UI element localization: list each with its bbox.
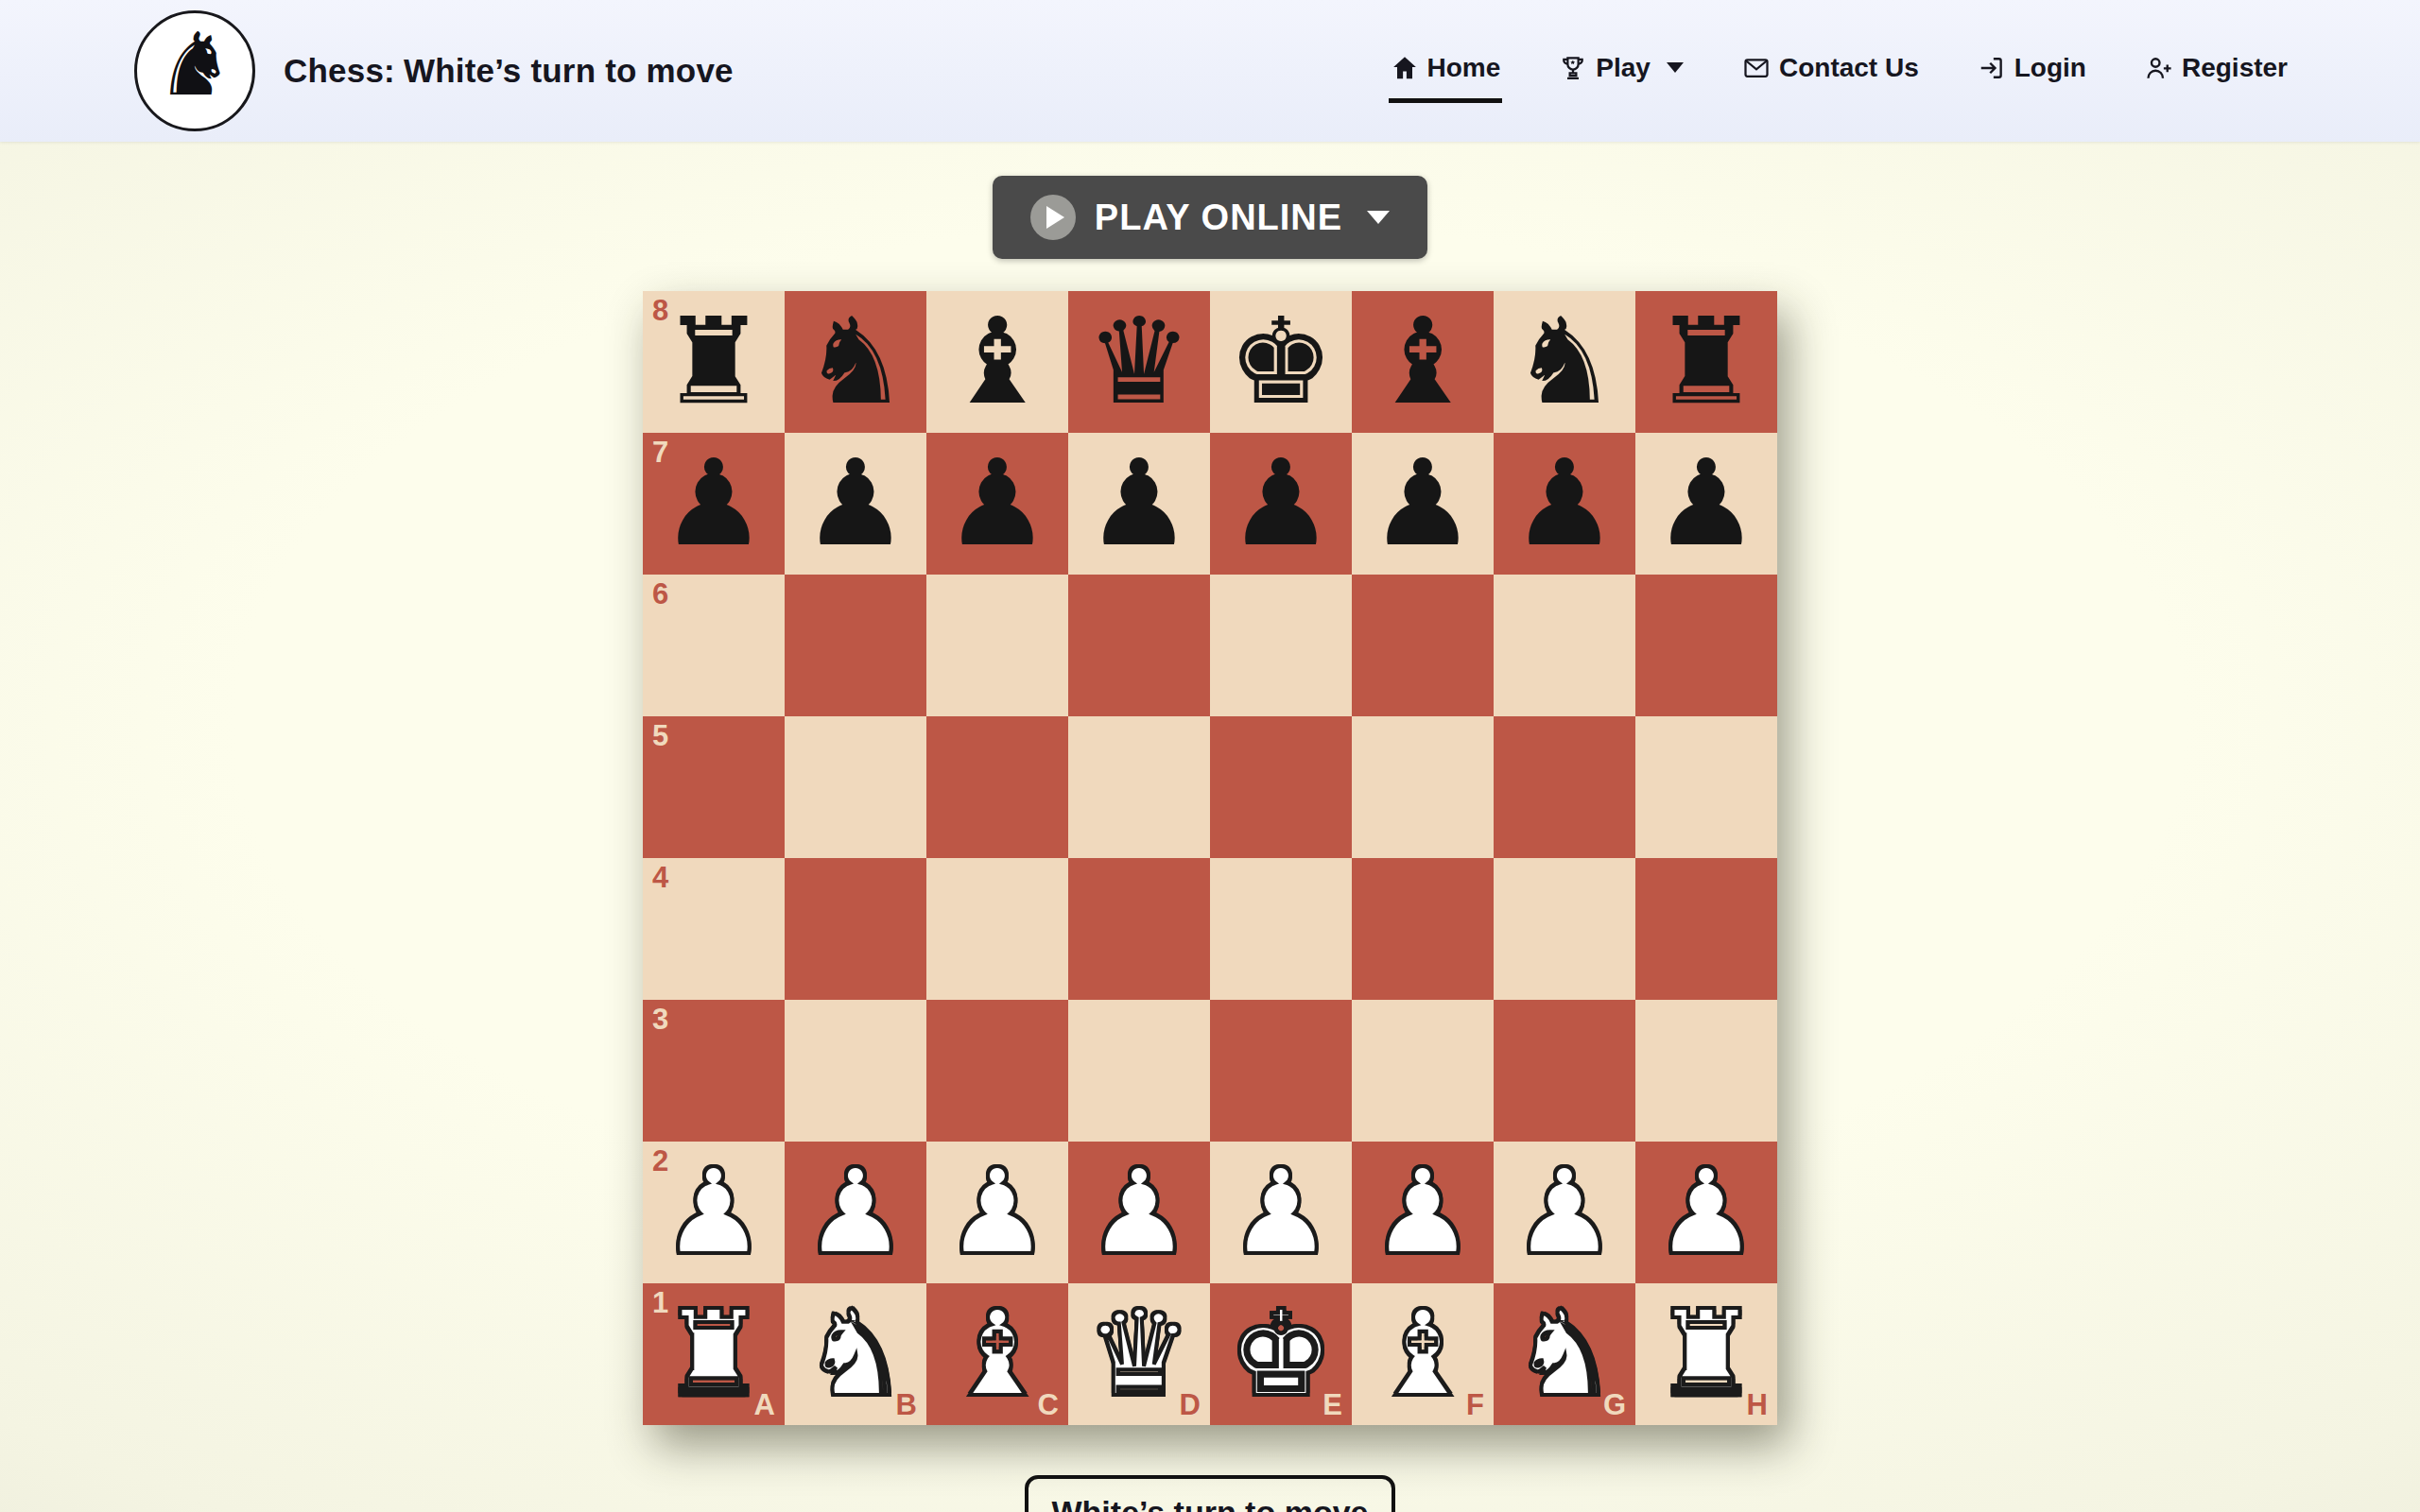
- square-e2[interactable]: ♟: [1210, 1142, 1352, 1283]
- square-e4[interactable]: [1210, 858, 1352, 1000]
- piece-white-rook[interactable]: ♜: [1635, 1283, 1777, 1425]
- square-d1[interactable]: D♛: [1068, 1283, 1210, 1425]
- nav-item-home[interactable]: Home: [1389, 40, 1503, 103]
- square-h1[interactable]: H♜: [1635, 1283, 1777, 1425]
- square-a8[interactable]: 8♜: [643, 291, 785, 433]
- page-title-app: Chess:: [284, 52, 395, 89]
- square-f7[interactable]: ♟: [1352, 433, 1494, 575]
- square-e6[interactable]: [1210, 575, 1352, 716]
- envelope-icon: [1742, 54, 1771, 82]
- square-c5[interactable]: [926, 716, 1068, 858]
- square-c8[interactable]: ♝: [926, 291, 1068, 433]
- caret-down-icon: [1367, 211, 1390, 224]
- piece-black-rook[interactable]: ♜: [1635, 291, 1777, 433]
- login-icon: [1978, 54, 2006, 82]
- piece-black-knight[interactable]: ♞: [1494, 291, 1635, 433]
- home-icon: [1391, 54, 1419, 82]
- square-h3[interactable]: [1635, 1000, 1777, 1142]
- square-d7[interactable]: ♟: [1068, 433, 1210, 575]
- piece-white-pawn[interactable]: ♟: [926, 1142, 1068, 1283]
- square-b5[interactable]: [785, 716, 926, 858]
- square-f8[interactable]: ♝: [1352, 291, 1494, 433]
- square-b4[interactable]: [785, 858, 926, 1000]
- square-h5[interactable]: [1635, 716, 1777, 858]
- play-online-button[interactable]: PLAY ONLINE: [993, 176, 1427, 259]
- square-f2[interactable]: ♟: [1352, 1142, 1494, 1283]
- rank-label-3: 3: [652, 1005, 668, 1034]
- square-e5[interactable]: [1210, 716, 1352, 858]
- piece-black-pawn[interactable]: ♟: [926, 433, 1068, 575]
- piece-black-pawn[interactable]: ♟: [1635, 433, 1777, 575]
- page-title-status: White’s turn to move: [404, 52, 734, 89]
- square-g7[interactable]: ♟: [1494, 433, 1635, 575]
- knight-icon: ♞: [156, 22, 233, 109]
- nav-item-label: Contact Us: [1779, 53, 1919, 83]
- person-plus-icon: [2145, 54, 2173, 82]
- piece-white-rook[interactable]: ♜: [643, 1283, 785, 1425]
- piece-black-pawn[interactable]: ♟: [1352, 433, 1494, 575]
- square-e7[interactable]: ♟: [1210, 433, 1352, 575]
- square-b1[interactable]: B♞: [785, 1283, 926, 1425]
- rank-label-6: 6: [652, 579, 668, 609]
- square-b6[interactable]: [785, 575, 926, 716]
- square-a7[interactable]: 7♟: [643, 433, 785, 575]
- square-f4[interactable]: [1352, 858, 1494, 1000]
- piece-black-pawn[interactable]: ♟: [1494, 433, 1635, 575]
- nav-item-label: Login: [2014, 53, 2086, 83]
- piece-white-pawn[interactable]: ♟: [643, 1142, 785, 1283]
- piece-black-bishop[interactable]: ♝: [1352, 291, 1494, 433]
- nav-item-label: Register: [2182, 53, 2288, 83]
- play-circle-icon: [1030, 195, 1076, 240]
- square-e8[interactable]: ♚: [1210, 291, 1352, 433]
- turn-status-label: White’s turn to move: [1052, 1494, 1369, 1512]
- piece-white-knight[interactable]: ♞: [1494, 1283, 1635, 1425]
- logo-link[interactable]: ♞: [134, 10, 255, 131]
- square-a1[interactable]: 1A♜: [643, 1283, 785, 1425]
- piece-black-rook[interactable]: ♜: [643, 291, 785, 433]
- piece-black-pawn[interactable]: ♟: [1210, 433, 1352, 575]
- turn-status-box: White’s turn to move: [1025, 1475, 1395, 1512]
- trophy-icon: [1559, 54, 1587, 82]
- piece-black-pawn[interactable]: ♟: [643, 433, 785, 575]
- piece-white-pawn[interactable]: ♟: [1352, 1142, 1494, 1283]
- rank-label-4: 4: [652, 863, 668, 892]
- square-f5[interactable]: [1352, 716, 1494, 858]
- square-d2[interactable]: ♟: [1068, 1142, 1210, 1283]
- piece-white-bishop[interactable]: ♝: [1352, 1283, 1494, 1425]
- square-h7[interactable]: ♟: [1635, 433, 1777, 575]
- square-a4[interactable]: 4: [643, 858, 785, 1000]
- square-d5[interactable]: [1068, 716, 1210, 858]
- square-g8[interactable]: ♞: [1494, 291, 1635, 433]
- nav-item-play[interactable]: Play: [1557, 40, 1685, 103]
- square-b7[interactable]: ♟: [785, 433, 926, 575]
- square-a5[interactable]: 5: [643, 716, 785, 858]
- square-d4[interactable]: [1068, 858, 1210, 1000]
- piece-black-king[interactable]: ♚: [1210, 291, 1352, 433]
- square-g5[interactable]: [1494, 716, 1635, 858]
- square-f3[interactable]: [1352, 1000, 1494, 1142]
- square-g4[interactable]: [1494, 858, 1635, 1000]
- piece-white-knight[interactable]: ♞: [785, 1283, 926, 1425]
- square-g2[interactable]: ♟: [1494, 1142, 1635, 1283]
- square-h4[interactable]: [1635, 858, 1777, 1000]
- piece-black-knight[interactable]: ♞: [785, 291, 926, 433]
- square-g3[interactable]: [1494, 1000, 1635, 1142]
- nav-item-register[interactable]: Register: [2143, 40, 2290, 103]
- piece-white-pawn[interactable]: ♟: [1210, 1142, 1352, 1283]
- square-g6[interactable]: [1494, 575, 1635, 716]
- square-f6[interactable]: [1352, 575, 1494, 716]
- caret-down-icon: [1667, 62, 1684, 73]
- piece-black-pawn[interactable]: ♟: [1068, 433, 1210, 575]
- square-d6[interactable]: [1068, 575, 1210, 716]
- square-h6[interactable]: [1635, 575, 1777, 716]
- square-c2[interactable]: ♟: [926, 1142, 1068, 1283]
- piece-white-pawn[interactable]: ♟: [1635, 1142, 1777, 1283]
- piece-white-pawn[interactable]: ♟: [1494, 1142, 1635, 1283]
- rank-label-5: 5: [652, 721, 668, 750]
- square-c6[interactable]: [926, 575, 1068, 716]
- piece-white-pawn[interactable]: ♟: [1068, 1142, 1210, 1283]
- piece-white-king[interactable]: ♚: [1210, 1283, 1352, 1425]
- square-h8[interactable]: ♜: [1635, 291, 1777, 433]
- square-c7[interactable]: ♟: [926, 433, 1068, 575]
- main-nav: Home Play Contact Us: [1389, 40, 2290, 103]
- square-h2[interactable]: ♟: [1635, 1142, 1777, 1283]
- chess-board: 8♜♞♝♛♚♝♞♜7♟♟♟♟♟♟♟♟65432♟♟♟♟♟♟♟♟1A♜B♞C♝D♛…: [643, 291, 1777, 1425]
- piece-black-queen[interactable]: ♛: [1068, 291, 1210, 433]
- header: ♞ Chess:White’s turn to move Home Play: [0, 0, 2420, 142]
- page-title: Chess:White’s turn to move: [284, 52, 734, 90]
- nav-item-login[interactable]: Login: [1976, 40, 2088, 103]
- square-g1[interactable]: G♞: [1494, 1283, 1635, 1425]
- piece-black-bishop[interactable]: ♝: [926, 291, 1068, 433]
- square-e1[interactable]: E♚: [1210, 1283, 1352, 1425]
- square-a3[interactable]: 3: [643, 1000, 785, 1142]
- square-b2[interactable]: ♟: [785, 1142, 926, 1283]
- square-c3[interactable]: [926, 1000, 1068, 1142]
- square-d8[interactable]: ♛: [1068, 291, 1210, 433]
- play-online-label: PLAY ONLINE: [1095, 198, 1342, 238]
- square-b3[interactable]: [785, 1000, 926, 1142]
- piece-white-bishop[interactable]: ♝: [926, 1283, 1068, 1425]
- square-b8[interactable]: ♞: [785, 291, 926, 433]
- nav-item-label: Home: [1427, 53, 1501, 83]
- square-c1[interactable]: C♝: [926, 1283, 1068, 1425]
- piece-black-pawn[interactable]: ♟: [785, 433, 926, 575]
- square-f1[interactable]: F♝: [1352, 1283, 1494, 1425]
- nav-item-contact-us[interactable]: Contact Us: [1740, 40, 1921, 103]
- piece-white-pawn[interactable]: ♟: [785, 1142, 926, 1283]
- square-d3[interactable]: [1068, 1000, 1210, 1142]
- piece-white-queen[interactable]: ♛: [1068, 1283, 1210, 1425]
- square-a2[interactable]: 2♟: [643, 1142, 785, 1283]
- square-e3[interactable]: [1210, 1000, 1352, 1142]
- square-c4[interactable]: [926, 858, 1068, 1000]
- nav-item-label: Play: [1596, 53, 1651, 83]
- square-a6[interactable]: 6: [643, 575, 785, 716]
